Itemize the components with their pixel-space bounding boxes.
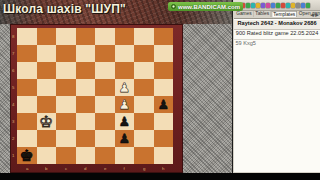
black-pawn[interactable]: ♟	[118, 115, 130, 128]
chess-board[interactable]: ♟♟♟♚♟♟♚ abcdefgh 87654321	[10, 24, 183, 173]
panel-tabs[interactable]: GamesTablesTemplatesOpen gamesKa	[235, 11, 320, 17]
game-info: 900 Rated blitz game 22.05.2024	[234, 30, 320, 36]
square-d5[interactable]	[76, 79, 96, 96]
square-d1[interactable]	[76, 147, 96, 164]
square-e4[interactable]	[95, 96, 115, 113]
tab-scroll-arrows[interactable]: ◄►	[309, 12, 319, 18]
video-title: Школа шахів "ШУП"	[3, 2, 126, 16]
toolbar-icon[interactable]	[296, 3, 300, 8]
square-b1[interactable]	[37, 147, 57, 164]
toolbar-icon[interactable]	[246, 3, 250, 8]
square-h1[interactable]	[154, 147, 174, 164]
square-a6[interactable]	[17, 62, 37, 79]
rank-label-7: 7	[10, 45, 17, 62]
toolbar-icon[interactable]	[271, 3, 275, 8]
toolbar-icon[interactable]	[291, 3, 295, 8]
square-d4[interactable]	[76, 96, 96, 113]
game-players: Raytech 2642 - Monakov 2686	[234, 20, 320, 26]
square-g7[interactable]	[134, 45, 154, 62]
square-b7[interactable]	[37, 45, 57, 62]
toolbar-icon[interactable]	[261, 3, 265, 8]
square-b5[interactable]	[37, 79, 57, 96]
square-c5[interactable]	[56, 79, 76, 96]
file-label-f: f	[115, 164, 135, 173]
square-c7[interactable]	[56, 45, 76, 62]
square-f6[interactable]	[115, 62, 135, 79]
square-e3[interactable]	[95, 113, 115, 130]
square-h3[interactable]	[154, 113, 174, 130]
tab-games[interactable]: Games	[235, 11, 253, 17]
toolbar-icon[interactable]	[256, 3, 260, 8]
square-g5[interactable]	[134, 79, 154, 96]
chess-app-panel: GamesTablesTemplatesOpen gamesKa ◄► Rayt…	[232, 0, 320, 173]
square-f8[interactable]	[115, 28, 135, 45]
square-h5[interactable]	[154, 79, 174, 96]
toolbar-icon[interactable]	[266, 3, 270, 8]
rank-labels: 87654321	[10, 28, 17, 164]
white-king[interactable]: ♚	[39, 114, 53, 130]
video-frame: Школа шахів "ШУП" www.BANDICAM.com ♟♟♟♚♟…	[0, 0, 320, 180]
black-king[interactable]: ♚	[20, 148, 34, 164]
file-label-a: a	[17, 164, 37, 173]
square-a2[interactable]	[17, 130, 37, 147]
black-pawn[interactable]: ♟	[118, 132, 130, 145]
rank-label-5: 5	[10, 79, 17, 96]
square-a4[interactable]	[17, 96, 37, 113]
file-label-b: b	[37, 164, 57, 173]
square-b4[interactable]	[37, 96, 57, 113]
record-dot-icon	[171, 4, 176, 9]
square-a1[interactable]: ♚	[17, 147, 37, 164]
file-label-d: d	[76, 164, 96, 173]
square-h8[interactable]	[154, 28, 174, 45]
square-f2[interactable]: ♟	[115, 130, 135, 147]
white-pawn[interactable]: ♟	[118, 81, 130, 94]
square-f5[interactable]: ♟	[115, 79, 135, 96]
square-a8[interactable]	[17, 28, 37, 45]
file-labels: abcdefgh	[17, 164, 173, 173]
square-a3[interactable]	[17, 113, 37, 130]
square-d3[interactable]	[76, 113, 96, 130]
rank-label-8: 8	[10, 28, 17, 45]
file-label-h: h	[154, 164, 174, 173]
square-g8[interactable]	[134, 28, 154, 45]
square-e6[interactable]	[95, 62, 115, 79]
board-grid[interactable]: ♟♟♟♚♟♟♚	[17, 28, 173, 164]
square-h7[interactable]	[154, 45, 174, 62]
square-c4[interactable]	[56, 96, 76, 113]
square-c3[interactable]	[56, 113, 76, 130]
square-b3[interactable]: ♚	[37, 113, 57, 130]
toolbar-icon[interactable]	[306, 3, 310, 8]
square-a5[interactable]	[17, 79, 37, 96]
square-b8[interactable]	[37, 28, 57, 45]
background-texture-right	[183, 24, 232, 173]
toolbar-icon[interactable]	[251, 3, 255, 8]
square-a7[interactable]	[17, 45, 37, 62]
square-h2[interactable]	[154, 130, 174, 147]
square-g1[interactable]	[134, 147, 154, 164]
toolbar-icon[interactable]	[301, 3, 305, 8]
square-c2[interactable]	[56, 130, 76, 147]
square-g4[interactable]	[134, 96, 154, 113]
square-e1[interactable]	[95, 147, 115, 164]
toolbar-icon[interactable]	[281, 3, 285, 8]
rank-label-3: 3	[10, 113, 17, 130]
white-pawn[interactable]: ♟	[118, 98, 130, 111]
square-g3[interactable]	[134, 113, 154, 130]
square-b2[interactable]	[37, 130, 57, 147]
square-d7[interactable]	[76, 45, 96, 62]
app-toolbar[interactable]	[234, 0, 320, 11]
file-label-c: c	[56, 164, 76, 173]
square-f4[interactable]: ♟	[115, 96, 135, 113]
tab-templates[interactable]: Templates	[272, 11, 297, 17]
square-b6[interactable]	[37, 62, 57, 79]
square-f7[interactable]	[115, 45, 135, 62]
tab-tables[interactable]: Tables	[254, 11, 271, 17]
panel-tabs-row: GamesTablesTemplatesOpen gamesKa ◄►	[234, 11, 320, 19]
square-f1[interactable]	[115, 147, 135, 164]
square-d2[interactable]	[76, 130, 96, 147]
square-f3[interactable]: ♟	[115, 113, 135, 130]
square-h6[interactable]	[154, 62, 174, 79]
square-g6[interactable]	[134, 62, 154, 79]
square-c6[interactable]	[56, 62, 76, 79]
background-texture-left	[0, 24, 10, 173]
toolbar-icon[interactable]	[276, 3, 280, 8]
square-e7[interactable]	[95, 45, 115, 62]
rank-label-4: 4	[10, 96, 17, 113]
rank-label-2: 2	[10, 130, 17, 147]
rank-label-1: 1	[10, 147, 17, 164]
square-e8[interactable]	[95, 28, 115, 45]
game-console[interactable]: Raytech 2642 - Monakov 2686 900 Rated bl…	[234, 19, 320, 172]
square-h4[interactable]: ♟	[154, 96, 174, 113]
rank-label-6: 6	[10, 62, 17, 79]
square-c8[interactable]	[56, 28, 76, 45]
square-e5[interactable]	[95, 79, 115, 96]
square-g2[interactable]	[134, 130, 154, 147]
square-d8[interactable]	[76, 28, 96, 45]
bottom-black-bar	[0, 173, 320, 180]
watermark-text: www.BANDICAM.com	[178, 4, 240, 10]
square-e2[interactable]	[95, 130, 115, 147]
black-pawn[interactable]: ♟	[157, 98, 169, 111]
last-move: 59 Kxg5	[234, 40, 320, 46]
toolbar-icon[interactable]	[286, 3, 290, 8]
square-c1[interactable]	[56, 147, 76, 164]
bandicam-watermark: www.BANDICAM.com	[168, 2, 243, 11]
file-label-e: e	[95, 164, 115, 173]
file-label-g: g	[134, 164, 154, 173]
square-d6[interactable]	[76, 62, 96, 79]
